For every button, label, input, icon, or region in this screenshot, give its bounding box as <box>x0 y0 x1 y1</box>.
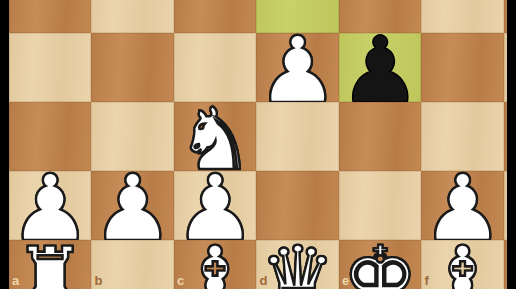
letterbox-right <box>507 0 516 289</box>
square-f5[interactable] <box>421 0 503 33</box>
square-b4[interactable] <box>91 33 173 102</box>
square-b2[interactable]: ♟ <box>91 171 173 240</box>
square-c5[interactable] <box>174 0 256 33</box>
white-bishop-piece[interactable]: ♝ <box>425 235 500 289</box>
square-a1[interactable]: ♜a <box>9 240 91 289</box>
white-queen-piece[interactable]: ♛ <box>260 235 335 289</box>
square-b1[interactable]: b <box>91 240 173 289</box>
square-e3[interactable] <box>339 102 421 171</box>
square-d3[interactable] <box>256 102 338 171</box>
square-e4[interactable]: ♟ <box>339 33 421 102</box>
square-a5[interactable] <box>9 0 91 33</box>
video-frame: ♟♟4♞3♟♟♟♟♟♟2♜ab♝c♛d♚e♝f♞g♜1h <box>0 0 516 289</box>
square-b5[interactable] <box>91 0 173 33</box>
square-a4[interactable] <box>9 33 91 102</box>
square-a2[interactable]: ♟ <box>9 171 91 240</box>
white-bishop-piece[interactable]: ♝ <box>178 235 253 289</box>
white-king-piece[interactable]: ♚ <box>343 235 418 289</box>
square-f1[interactable]: ♝f <box>421 240 503 289</box>
square-e1[interactable]: ♚e <box>339 240 421 289</box>
chess-board: ♟♟4♞3♟♟♟♟♟♟2♜ab♝c♛d♚e♝f♞g♜1h <box>9 0 507 289</box>
square-c1[interactable]: ♝c <box>174 240 256 289</box>
square-d4[interactable]: ♟ <box>256 33 338 102</box>
file-label-b: b <box>94 274 102 287</box>
square-f4[interactable] <box>421 33 503 102</box>
letterbox-left <box>0 0 9 289</box>
white-rook-piece[interactable]: ♜ <box>14 237 86 289</box>
square-d1[interactable]: ♛d <box>256 240 338 289</box>
